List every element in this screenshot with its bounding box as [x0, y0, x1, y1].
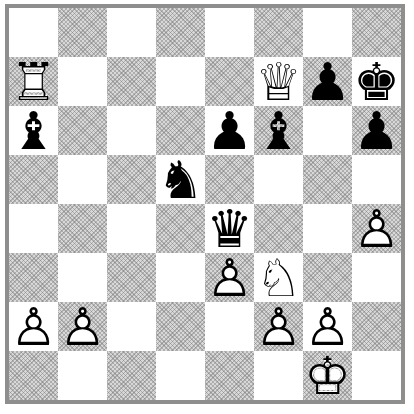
- square-e6[interactable]: ♟: [205, 106, 254, 155]
- square-a3[interactable]: [9, 253, 58, 302]
- white-knight-piece: ♞♘: [254, 253, 303, 302]
- square-g7[interactable]: ♟: [303, 57, 352, 106]
- square-a4[interactable]: [9, 204, 58, 253]
- square-a6[interactable]: ♝: [9, 106, 58, 155]
- square-d8[interactable]: [156, 8, 205, 57]
- square-b1[interactable]: [58, 351, 107, 400]
- square-e3[interactable]: ♟♙: [205, 253, 254, 302]
- white-pawn-piece: ♟♙: [205, 253, 254, 302]
- black-bishop-piece: ♝: [254, 106, 303, 155]
- square-h7[interactable]: ♚: [352, 57, 401, 106]
- square-a2[interactable]: ♟♙: [9, 302, 58, 351]
- square-g3[interactable]: [303, 253, 352, 302]
- square-b2[interactable]: ♟♙: [58, 302, 107, 351]
- square-e5[interactable]: [205, 155, 254, 204]
- square-g6[interactable]: [303, 106, 352, 155]
- square-e1[interactable]: [205, 351, 254, 400]
- square-c8[interactable]: [107, 8, 156, 57]
- square-h6[interactable]: ♟: [352, 106, 401, 155]
- square-f3[interactable]: ♞♘: [254, 253, 303, 302]
- white-queen-piece: ♛♕: [254, 57, 303, 106]
- white-pawn-piece: ♟♙: [303, 302, 352, 351]
- white-pawn-piece: ♟♙: [352, 204, 401, 253]
- black-pawn-piece: ♟: [205, 106, 254, 155]
- square-f7[interactable]: ♛♕: [254, 57, 303, 106]
- white-pawn-piece: ♟♙: [254, 302, 303, 351]
- square-f8[interactable]: [254, 8, 303, 57]
- black-knight-piece: ♞: [156, 155, 205, 204]
- square-g5[interactable]: [303, 155, 352, 204]
- square-b8[interactable]: [58, 8, 107, 57]
- square-f6[interactable]: ♝: [254, 106, 303, 155]
- square-c7[interactable]: [107, 57, 156, 106]
- square-d3[interactable]: [156, 253, 205, 302]
- square-b6[interactable]: [58, 106, 107, 155]
- black-queen-piece: ♛: [205, 204, 254, 253]
- square-d6[interactable]: [156, 106, 205, 155]
- square-b7[interactable]: [58, 57, 107, 106]
- square-e2[interactable]: [205, 302, 254, 351]
- white-king-piece: ♚♔: [303, 351, 352, 400]
- square-e8[interactable]: [205, 8, 254, 57]
- square-b4[interactable]: [58, 204, 107, 253]
- black-bishop-piece: ♝: [9, 106, 58, 155]
- square-h2[interactable]: [352, 302, 401, 351]
- square-h1[interactable]: [352, 351, 401, 400]
- chess-board-frame: ♜♖♛♕♟♚♝♟♝♟♞♛♟♙♟♙♞♘♟♙♟♙♟♙♟♙♚♔: [5, 4, 405, 404]
- square-c5[interactable]: [107, 155, 156, 204]
- white-pawn-piece: ♟♙: [58, 302, 107, 351]
- square-e4[interactable]: ♛: [205, 204, 254, 253]
- white-rook-piece: ♜♖: [9, 57, 58, 106]
- square-c3[interactable]: [107, 253, 156, 302]
- square-d7[interactable]: [156, 57, 205, 106]
- square-a5[interactable]: [9, 155, 58, 204]
- square-d5[interactable]: ♞: [156, 155, 205, 204]
- square-h4[interactable]: ♟♙: [352, 204, 401, 253]
- square-g4[interactable]: [303, 204, 352, 253]
- square-h5[interactable]: [352, 155, 401, 204]
- square-b5[interactable]: [58, 155, 107, 204]
- square-e7[interactable]: [205, 57, 254, 106]
- square-d4[interactable]: [156, 204, 205, 253]
- square-f4[interactable]: [254, 204, 303, 253]
- square-f1[interactable]: [254, 351, 303, 400]
- square-c2[interactable]: [107, 302, 156, 351]
- black-pawn-piece: ♟: [352, 106, 401, 155]
- square-d1[interactable]: [156, 351, 205, 400]
- square-c1[interactable]: [107, 351, 156, 400]
- black-pawn-piece: ♟: [303, 57, 352, 106]
- square-f5[interactable]: [254, 155, 303, 204]
- square-c4[interactable]: [107, 204, 156, 253]
- square-g1[interactable]: ♚♔: [303, 351, 352, 400]
- chess-board: ♜♖♛♕♟♚♝♟♝♟♞♛♟♙♟♙♞♘♟♙♟♙♟♙♟♙♚♔: [9, 8, 401, 400]
- square-a7[interactable]: ♜♖: [9, 57, 58, 106]
- square-a8[interactable]: [9, 8, 58, 57]
- square-a1[interactable]: [9, 351, 58, 400]
- square-g8[interactable]: [303, 8, 352, 57]
- square-h3[interactable]: [352, 253, 401, 302]
- square-f2[interactable]: ♟♙: [254, 302, 303, 351]
- square-d2[interactable]: [156, 302, 205, 351]
- white-pawn-piece: ♟♙: [9, 302, 58, 351]
- black-king-piece: ♚: [352, 57, 401, 106]
- square-g2[interactable]: ♟♙: [303, 302, 352, 351]
- square-c6[interactable]: [107, 106, 156, 155]
- square-h8[interactable]: [352, 8, 401, 57]
- square-b3[interactable]: [58, 253, 107, 302]
